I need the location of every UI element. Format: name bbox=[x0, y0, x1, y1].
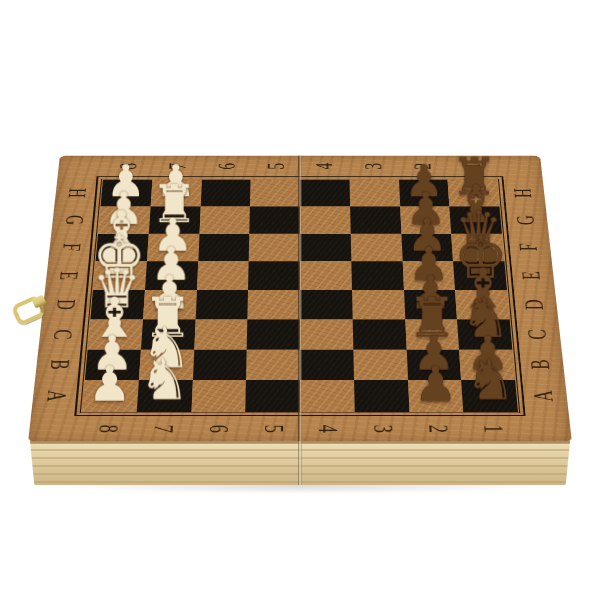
square-e4[interactable] bbox=[300, 261, 352, 290]
square-c4[interactable] bbox=[300, 319, 353, 349]
square-a1[interactable]: ♞ bbox=[461, 380, 518, 412]
square-a2[interactable]: ♟ bbox=[408, 380, 464, 412]
square-f3[interactable] bbox=[350, 234, 402, 262]
square-c6[interactable] bbox=[194, 319, 248, 349]
rank-label-bottom-5: 5 bbox=[245, 418, 300, 441]
square-a7[interactable]: ♞ bbox=[136, 380, 192, 412]
file-label-left-D: D bbox=[47, 290, 84, 319]
square-f6[interactable] bbox=[198, 234, 250, 262]
square-e5[interactable] bbox=[248, 261, 300, 290]
rank-labels-bottom: 87654321 bbox=[79, 418, 520, 441]
file-label-left-A: A bbox=[37, 380, 76, 412]
piece-dark-pawn-a2[interactable]: ♟ bbox=[414, 360, 457, 408]
square-f4[interactable] bbox=[300, 234, 351, 262]
square-h6[interactable] bbox=[200, 180, 250, 207]
rank-label-bottom-2: 2 bbox=[409, 418, 465, 441]
file-label-right-G: G bbox=[508, 206, 544, 233]
rank-label-bottom-7: 7 bbox=[135, 418, 191, 441]
product-photo-chess-set: { "game": "chess", "scene": "folding woo… bbox=[0, 0, 600, 600]
square-g3[interactable] bbox=[350, 206, 401, 233]
square-g4[interactable] bbox=[300, 206, 350, 233]
file-label-right-C: C bbox=[519, 319, 557, 349]
square-c5[interactable] bbox=[247, 319, 300, 349]
rank-label-top-5: 5 bbox=[251, 157, 300, 175]
rank-label-bottom-6: 6 bbox=[190, 418, 246, 441]
pine-front-edge bbox=[30, 441, 570, 485]
square-d5[interactable] bbox=[248, 290, 300, 319]
square-b3[interactable] bbox=[353, 349, 407, 380]
square-d6[interactable] bbox=[195, 290, 248, 319]
piece-dark-knight-a1[interactable]: ♞ bbox=[465, 351, 516, 408]
square-a4[interactable] bbox=[300, 380, 355, 412]
file-label-left-G: G bbox=[56, 206, 92, 233]
square-d4[interactable] bbox=[300, 290, 352, 319]
rank-label-top-4: 4 bbox=[300, 157, 349, 175]
square-g5[interactable] bbox=[250, 206, 300, 233]
rank-label-bottom-4: 4 bbox=[300, 418, 355, 441]
square-e6[interactable] bbox=[197, 261, 249, 290]
chess-board[interactable]: HGFEDCBA HGFEDCBA 87654321 87654321 ♟♟♟♜… bbox=[28, 156, 572, 442]
piece-white-knight-a7[interactable]: ♞ bbox=[138, 351, 189, 408]
file-label-right-E: E bbox=[513, 261, 550, 290]
square-b6[interactable] bbox=[192, 349, 246, 380]
rank-label-top-6: 6 bbox=[202, 157, 252, 175]
file-label-right-D: D bbox=[516, 290, 553, 319]
square-f5[interactable] bbox=[249, 234, 300, 262]
file-label-right-A: A bbox=[524, 380, 563, 412]
square-g6[interactable] bbox=[199, 206, 250, 233]
square-a3[interactable] bbox=[354, 380, 409, 412]
file-label-right-B: B bbox=[522, 349, 560, 380]
board-face: HGFEDCBA HGFEDCBA 87654321 87654321 ♟♟♟♜… bbox=[28, 156, 572, 442]
rank-label-bottom-3: 3 bbox=[355, 418, 411, 441]
rank-label-bottom-8: 8 bbox=[79, 418, 136, 441]
square-h5[interactable] bbox=[250, 180, 300, 207]
board-grid: ♟♟♟♜♟♜♟♝♝♟♟♛♚♟♟♚♛♟♟♝♝♜♜♞♟♞♟♟♟♞♟♞ bbox=[82, 180, 518, 412]
square-c3[interactable] bbox=[352, 319, 406, 349]
square-h4[interactable] bbox=[300, 180, 350, 207]
file-label-left-F: F bbox=[53, 234, 89, 262]
file-label-right-F: F bbox=[511, 234, 547, 262]
square-a6[interactable] bbox=[191, 380, 246, 412]
square-d3[interactable] bbox=[352, 290, 405, 319]
square-a5[interactable] bbox=[245, 380, 300, 412]
file-label-right-H: H bbox=[506, 180, 541, 207]
rank-label-top-3: 3 bbox=[349, 157, 399, 175]
square-b4[interactable] bbox=[300, 349, 354, 380]
file-label-left-C: C bbox=[44, 319, 82, 349]
square-h3[interactable] bbox=[349, 180, 399, 207]
rank-label-bottom-1: 1 bbox=[464, 418, 521, 441]
piece-white-pawn-a8[interactable]: ♟ bbox=[88, 360, 131, 408]
file-label-left-B: B bbox=[40, 349, 78, 380]
edge-fold-seam bbox=[298, 441, 302, 485]
square-a8[interactable]: ♟ bbox=[82, 380, 139, 412]
file-label-left-H: H bbox=[59, 180, 94, 207]
square-b5[interactable] bbox=[246, 349, 300, 380]
square-e3[interactable] bbox=[351, 261, 403, 290]
file-label-left-E: E bbox=[50, 261, 87, 290]
